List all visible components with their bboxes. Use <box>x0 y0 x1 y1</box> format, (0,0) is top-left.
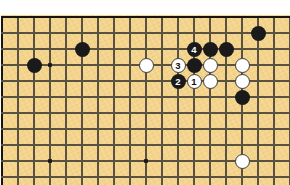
white-stone-O16[interactable] <box>203 58 218 73</box>
move-number-label: 3 <box>175 58 180 73</box>
grid-line-horizontal <box>1 144 290 145</box>
grid-line-horizontal <box>1 176 290 177</box>
grid-line-horizontal <box>1 128 290 129</box>
go-board[interactable]: 4231 <box>1 15 290 185</box>
black-stone-F17[interactable] <box>75 42 90 57</box>
white-stone-M16[interactable]: 3 <box>171 58 186 73</box>
move-number-label: 2 <box>175 74 180 89</box>
star-point-icon <box>48 63 52 67</box>
black-stone-M15[interactable]: 2 <box>171 74 186 89</box>
white-stone-Q15[interactable] <box>235 74 250 89</box>
black-stone-C16[interactable] <box>27 58 42 73</box>
black-stone-R18[interactable] <box>251 26 266 41</box>
go-diagram: 4231 <box>0 0 290 185</box>
star-point-icon <box>48 159 52 163</box>
white-stone-Q10[interactable] <box>235 154 250 169</box>
grid-line-horizontal <box>1 112 290 113</box>
white-stone-N15[interactable]: 1 <box>187 74 202 89</box>
black-stone-N16[interactable] <box>187 58 202 73</box>
white-stone-Q16[interactable] <box>235 58 250 73</box>
move-number-label: 1 <box>191 74 196 89</box>
move-number-label: 4 <box>191 42 196 57</box>
star-point-icon <box>144 159 148 163</box>
black-stone-O17[interactable] <box>203 42 218 57</box>
black-stone-Q14[interactable] <box>235 90 250 105</box>
black-stone-N17[interactable]: 4 <box>187 42 202 57</box>
grid-line-horizontal <box>1 16 290 18</box>
grid-line-horizontal <box>1 32 290 33</box>
white-stone-O15[interactable] <box>203 74 218 89</box>
grid-line-horizontal <box>1 48 290 49</box>
black-stone-P17[interactable] <box>219 42 234 57</box>
white-stone-K16[interactable] <box>139 58 154 73</box>
